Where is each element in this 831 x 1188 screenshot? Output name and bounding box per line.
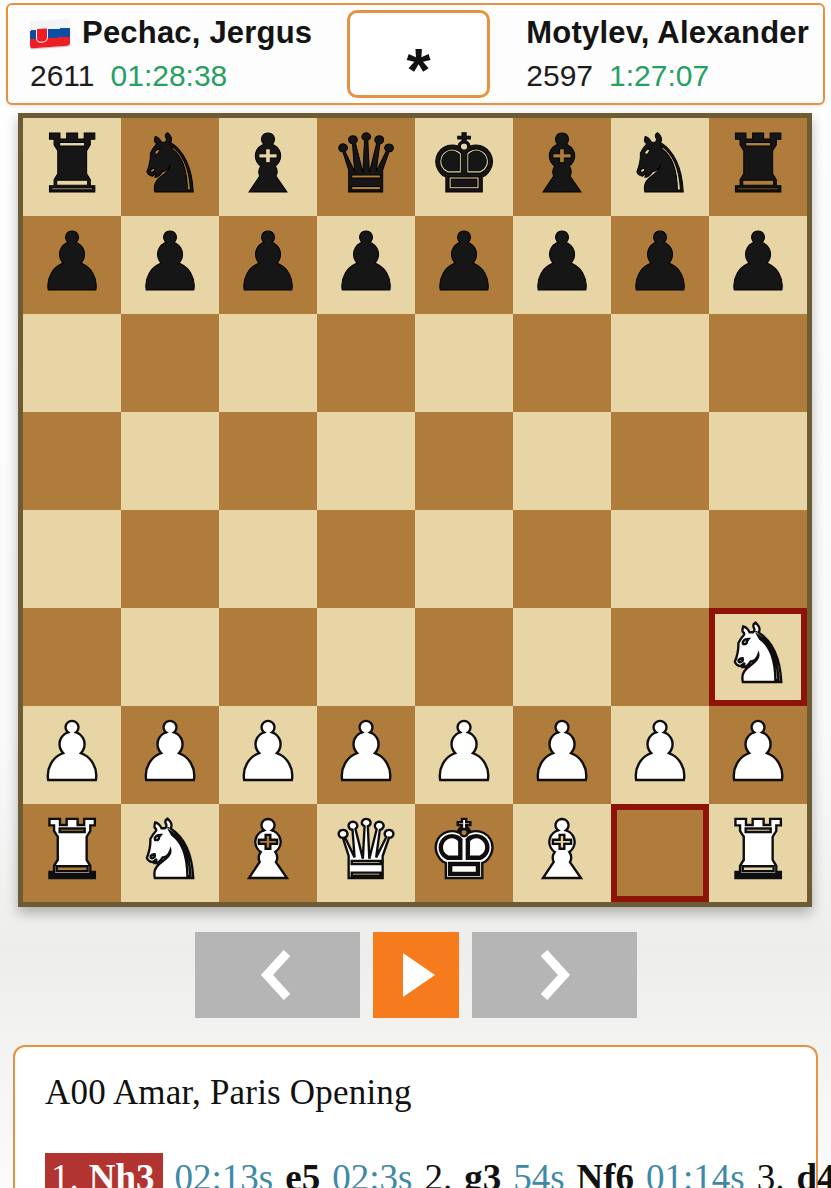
black-player-block: Motylev, Alexander 2597 1:27:07 (526, 13, 809, 97)
square-d1[interactable]: ♛ (317, 804, 415, 902)
move-token[interactable]: 54s (513, 1157, 564, 1188)
chess-board: ♜♞♝♛♚♝♞♜♟♟♟♟♟♟♟♟♞♟♟♟♟♟♟♟♟♜♞♝♛♚♝♜ (23, 118, 807, 902)
square-c6[interactable] (219, 314, 317, 412)
move-token[interactable]: 01:14s (646, 1157, 745, 1188)
move-token[interactable]: e5 (285, 1157, 320, 1188)
square-f7[interactable]: ♟ (513, 216, 611, 314)
play-button[interactable] (373, 932, 459, 1018)
square-f3[interactable] (513, 608, 611, 706)
white-player-clock: 01:28:38 (111, 59, 228, 93)
white-pawn-g2: ♟ (624, 712, 697, 793)
white-rook-h1: ♜ (722, 810, 795, 891)
black-player-rating: 2597 (526, 59, 593, 93)
square-g4[interactable] (611, 510, 709, 608)
black-queen-d8: ♛ (330, 124, 403, 205)
square-e8[interactable]: ♚ (415, 118, 513, 216)
current-move-highlight[interactable]: 1.Nh3 (45, 1153, 163, 1188)
square-a6[interactable] (23, 314, 121, 412)
black-pawn-c7: ♟ (232, 222, 305, 303)
play-icon (403, 953, 435, 997)
black-pawn-d7: ♟ (330, 222, 403, 303)
white-pawn-d2: ♟ (330, 712, 403, 793)
square-e2[interactable]: ♟ (415, 706, 513, 804)
black-king-e8: ♚ (428, 124, 501, 205)
square-f6[interactable] (513, 314, 611, 412)
square-d5[interactable] (317, 412, 415, 510)
square-h4[interactable] (709, 510, 807, 608)
move-token[interactable]: 02:3s (332, 1157, 412, 1188)
square-g6[interactable] (611, 314, 709, 412)
square-b1[interactable]: ♞ (121, 804, 219, 902)
move-token[interactable]: g3 (464, 1157, 501, 1188)
white-player-name: Pechac, Jergus (82, 15, 312, 51)
square-h2[interactable]: ♟ (709, 706, 807, 804)
square-g1[interactable] (611, 804, 709, 902)
square-a3[interactable] (23, 608, 121, 706)
white-pawn-c2: ♟ (232, 712, 305, 793)
square-g8[interactable]: ♞ (611, 118, 709, 216)
opening-name: A00 Amar, Paris Opening (45, 1073, 788, 1113)
square-g5[interactable] (611, 412, 709, 510)
move-token[interactable]: Nh3 (89, 1157, 155, 1188)
white-pawn-a2: ♟ (36, 712, 109, 793)
black-pawn-f7: ♟ (526, 222, 599, 303)
game-info-panel: A00 Amar, Paris Opening 1.Nh302:13se502:… (13, 1045, 818, 1188)
white-pawn-h2: ♟ (722, 712, 795, 793)
black-pawn-a7: ♟ (36, 222, 109, 303)
white-rook-a1: ♜ (36, 810, 109, 891)
square-a4[interactable] (23, 510, 121, 608)
chess-board-frame: ♜♞♝♛♚♝♞♜♟♟♟♟♟♟♟♟♞♟♟♟♟♟♟♟♟♜♞♝♛♚♝♜ (18, 113, 812, 907)
previous-move-button[interactable] (195, 932, 360, 1018)
white-pawn-e2: ♟ (428, 712, 501, 793)
square-c3[interactable] (219, 608, 317, 706)
square-a2[interactable]: ♟ (23, 706, 121, 804)
square-a5[interactable] (23, 412, 121, 510)
square-f8[interactable]: ♝ (513, 118, 611, 216)
square-b5[interactable] (121, 412, 219, 510)
square-h5[interactable] (709, 412, 807, 510)
square-h7[interactable]: ♟ (709, 216, 807, 314)
black-player-clock: 1:27:07 (609, 59, 709, 93)
square-c7[interactable]: ♟ (219, 216, 317, 314)
square-h8[interactable]: ♜ (709, 118, 807, 216)
square-b7[interactable]: ♟ (121, 216, 219, 314)
square-a7[interactable]: ♟ (23, 216, 121, 314)
chevron-right-icon (534, 946, 574, 1004)
chevron-left-icon (257, 946, 297, 1004)
move-token[interactable]: 02:13s (175, 1157, 274, 1188)
black-pawn-g7: ♟ (624, 222, 697, 303)
square-f4[interactable] (513, 510, 611, 608)
black-rook-h8: ♜ (722, 124, 795, 205)
square-a8[interactable]: ♜ (23, 118, 121, 216)
white-king-e1: ♚ (428, 810, 501, 891)
move-list: 1.Nh302:13se502:3s2.g354sNf601:14s3.d4 (45, 1153, 788, 1188)
square-d2[interactable]: ♟ (317, 706, 415, 804)
square-b8[interactable]: ♞ (121, 118, 219, 216)
white-player-block: Pechac, Jergus 2611 01:28:38 (30, 13, 312, 97)
square-f2[interactable]: ♟ (513, 706, 611, 804)
black-rook-a8: ♜ (36, 124, 109, 205)
game-result: * (406, 39, 430, 101)
square-g3[interactable] (611, 608, 709, 706)
square-f1[interactable]: ♝ (513, 804, 611, 902)
move-token[interactable]: 3. (757, 1157, 785, 1188)
move-token[interactable]: Nf6 (577, 1157, 635, 1188)
game-result-box: * (347, 10, 490, 98)
black-pawn-h7: ♟ (722, 222, 795, 303)
white-bishop-f1: ♝ (526, 810, 599, 891)
square-d7[interactable]: ♟ (317, 216, 415, 314)
square-d8[interactable]: ♛ (317, 118, 415, 216)
white-player-rating: 2611 (30, 59, 95, 93)
square-b2[interactable]: ♟ (121, 706, 219, 804)
white-knight-b1: ♞ (134, 810, 207, 891)
square-b6[interactable] (121, 314, 219, 412)
square-c5[interactable] (219, 412, 317, 510)
square-c1[interactable]: ♝ (219, 804, 317, 902)
square-d3[interactable] (317, 608, 415, 706)
black-player-name: Motylev, Alexander (526, 15, 809, 51)
square-f5[interactable] (513, 412, 611, 510)
move-navigation (0, 932, 831, 1018)
next-move-button[interactable] (472, 932, 637, 1018)
white-queen-d1: ♛ (330, 810, 403, 891)
square-b3[interactable] (121, 608, 219, 706)
square-e6[interactable] (415, 314, 513, 412)
white-pawn-b2: ♟ (134, 712, 207, 793)
square-c2[interactable]: ♟ (219, 706, 317, 804)
move-token[interactable]: 1. (51, 1157, 79, 1188)
square-e3[interactable] (415, 608, 513, 706)
black-pawn-e7: ♟ (428, 222, 501, 303)
square-c4[interactable] (219, 510, 317, 608)
white-pawn-f2: ♟ (526, 712, 599, 793)
square-g2[interactable]: ♟ (611, 706, 709, 804)
square-b4[interactable] (121, 510, 219, 608)
square-h1[interactable]: ♜ (709, 804, 807, 902)
square-d4[interactable] (317, 510, 415, 608)
square-a1[interactable]: ♜ (23, 804, 121, 902)
black-bishop-f8: ♝ (526, 124, 599, 205)
black-pawn-b7: ♟ (134, 222, 207, 303)
square-e5[interactable] (415, 412, 513, 510)
black-knight-b8: ♞ (134, 124, 207, 205)
move-token[interactable]: d4 (797, 1157, 831, 1188)
square-h3[interactable]: ♞ (709, 608, 807, 706)
square-e7[interactable]: ♟ (415, 216, 513, 314)
square-g7[interactable]: ♟ (611, 216, 709, 314)
square-c8[interactable]: ♝ (219, 118, 317, 216)
black-knight-g8: ♞ (624, 124, 697, 205)
square-h6[interactable] (709, 314, 807, 412)
move-token[interactable]: 2. (424, 1157, 452, 1188)
slovakia-flag-icon (30, 18, 70, 48)
black-bishop-c8: ♝ (232, 124, 305, 205)
white-bishop-c1: ♝ (232, 810, 305, 891)
square-e4[interactable] (415, 510, 513, 608)
square-e1[interactable]: ♚ (415, 804, 513, 902)
square-d6[interactable] (317, 314, 415, 412)
white-knight-h3: ♞ (722, 614, 795, 695)
